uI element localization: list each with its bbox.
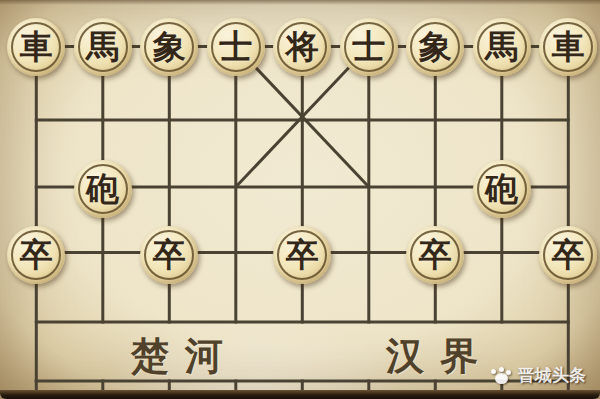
piece-horse[interactable]: 馬	[74, 18, 132, 76]
piece-soldier[interactable]: 卒	[273, 226, 331, 284]
piece-layer: 車馬象士将士象馬車砲砲卒卒卒卒卒	[3, 10, 600, 288]
piece-glyph: 卒	[20, 238, 53, 271]
piece-glyph: 将	[286, 30, 319, 63]
watermark: 晋城头条	[490, 364, 586, 387]
piece-elephant[interactable]: 象	[406, 18, 464, 76]
piece-glyph: 卒	[552, 238, 585, 271]
xiangqi-board-photo: 車馬象士将士象馬車砲砲卒卒卒卒卒 楚河 汉界 晋城头条	[0, 0, 600, 399]
piece-glyph: 卒	[153, 238, 186, 271]
river-label-chu-he: 楚河	[131, 330, 239, 382]
photo-bottom-edge	[0, 390, 600, 399]
piece-cannon[interactable]: 砲	[74, 160, 132, 218]
river-label-han-jie: 汉界	[386, 330, 494, 382]
piece-horse[interactable]: 馬	[473, 18, 531, 76]
watermark-text: 晋城头条	[518, 364, 586, 387]
piece-glyph: 砲	[86, 172, 119, 205]
piece-general[interactable]: 将	[273, 18, 331, 76]
piece-cannon[interactable]: 砲	[473, 160, 531, 218]
piece-glyph: 卒	[286, 238, 319, 271]
piece-glyph: 士	[219, 30, 252, 63]
piece-elephant[interactable]: 象	[140, 18, 198, 76]
piece-glyph: 象	[419, 30, 452, 63]
piece-glyph: 卒	[419, 238, 452, 271]
piece-chariot[interactable]: 車	[539, 18, 597, 76]
piece-glyph: 車	[20, 30, 53, 63]
piece-soldier[interactable]: 卒	[140, 226, 198, 284]
piece-advisor[interactable]: 士	[340, 18, 398, 76]
piece-soldier[interactable]: 卒	[539, 226, 597, 284]
piece-glyph: 車	[552, 30, 585, 63]
piece-glyph: 砲	[485, 172, 518, 205]
piece-soldier[interactable]: 卒	[406, 226, 464, 284]
piece-advisor[interactable]: 士	[207, 18, 265, 76]
piece-chariot[interactable]: 車	[7, 18, 65, 76]
paw-logo-icon	[490, 367, 512, 385]
piece-soldier[interactable]: 卒	[7, 226, 65, 284]
piece-glyph: 馬	[86, 30, 119, 63]
piece-glyph: 象	[153, 30, 186, 63]
piece-glyph: 士	[352, 30, 385, 63]
piece-glyph: 馬	[485, 30, 518, 63]
